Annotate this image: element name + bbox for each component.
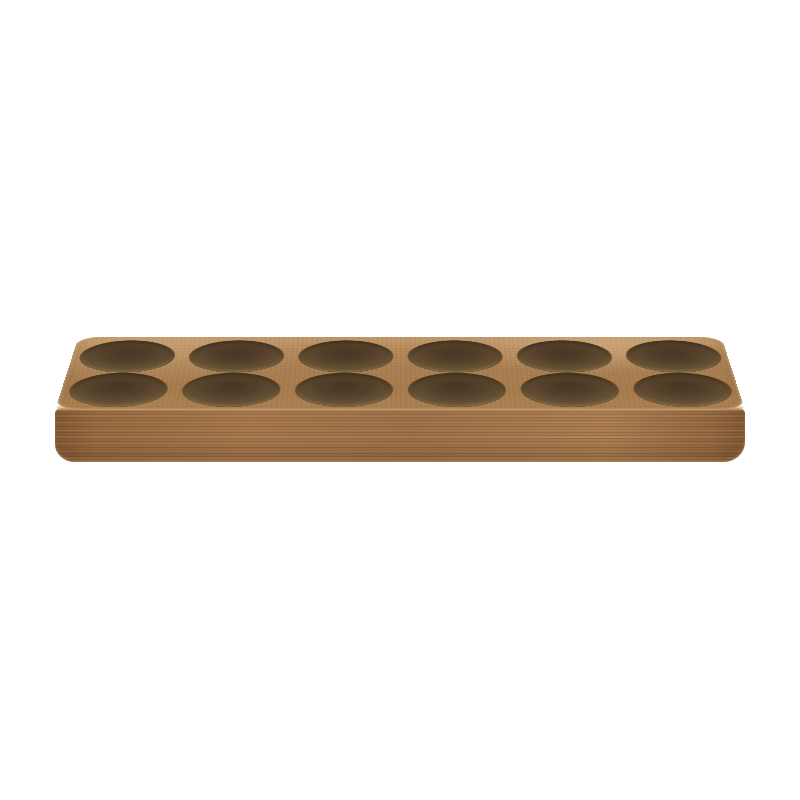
pit-front-1[interactable] — [63, 373, 170, 407]
pit-back-5[interactable] — [515, 340, 615, 372]
pit-grid — [56, 340, 744, 407]
pit-back-6[interactable] — [622, 340, 726, 372]
pit-back-4[interactable] — [407, 340, 504, 372]
pit-front-6[interactable] — [629, 373, 736, 407]
pit-back-1[interactable] — [74, 340, 178, 372]
pit-front-3[interactable] — [293, 373, 393, 407]
pit-front-4[interactable] — [407, 373, 507, 407]
board-front-face — [55, 408, 745, 462]
pit-front-5[interactable] — [518, 373, 622, 407]
pit-front-2[interactable] — [178, 373, 282, 407]
pit-back-3[interactable] — [296, 340, 393, 372]
board-top-face — [55, 337, 745, 410]
pit-back-2[interactable] — [185, 340, 285, 372]
mancala-board — [55, 336, 745, 462]
product-photo-canvas — [0, 0, 800, 800]
